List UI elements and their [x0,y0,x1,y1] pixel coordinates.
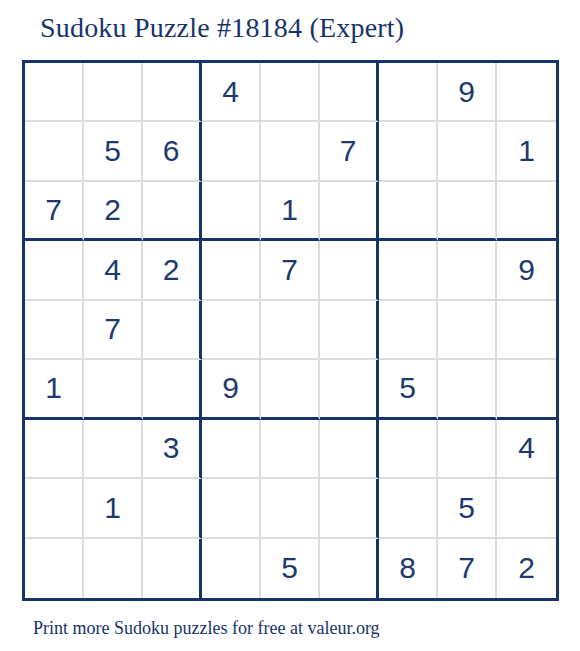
cell-r6c3 [143,360,202,419]
cell-r8c6 [320,479,379,538]
cell-r3c9 [497,182,556,241]
cell-r6c6 [320,360,379,419]
cell-r8c1 [25,479,84,538]
cell-r9c8: 7 [438,539,497,598]
cell-r9c9: 2 [497,539,556,598]
cell-r7c9: 4 [497,420,556,479]
cell-r9c2 [84,539,143,598]
cell-r3c2: 2 [84,182,143,241]
cell-r9c1 [25,539,84,598]
cell-r5c5 [261,301,320,360]
cell-r1c9 [497,63,556,122]
cell-r9c4 [202,539,261,598]
cell-r7c7 [379,420,438,479]
cell-r9c7: 8 [379,539,438,598]
cell-r2c2: 5 [84,122,143,181]
cell-r5c4 [202,301,261,360]
cell-r1c1 [25,63,84,122]
cell-r2c6: 7 [320,122,379,181]
sudoku-grid: 4956717214279719534155872 [22,60,559,601]
cell-r4c3: 2 [143,241,202,300]
cell-r6c9 [497,360,556,419]
cell-r1c8: 9 [438,63,497,122]
cell-r6c2 [84,360,143,419]
cell-r9c6 [320,539,379,598]
cell-r3c7 [379,182,438,241]
cell-r8c2: 1 [84,479,143,538]
page-title: Sudoku Puzzle #18184 (Expert) [40,12,404,44]
cell-r5c3 [143,301,202,360]
cell-r1c3 [143,63,202,122]
cell-r5c9 [497,301,556,360]
cell-r5c7 [379,301,438,360]
cell-r9c5: 5 [261,539,320,598]
cell-r6c4: 9 [202,360,261,419]
cell-r7c4 [202,420,261,479]
cell-r4c9: 9 [497,241,556,300]
cell-r2c8 [438,122,497,181]
cell-r5c6 [320,301,379,360]
cell-r2c4 [202,122,261,181]
cell-r8c8: 5 [438,479,497,538]
cell-r1c7 [379,63,438,122]
cell-r3c6 [320,182,379,241]
cell-r8c3 [143,479,202,538]
cell-r7c2 [84,420,143,479]
cell-r3c5: 1 [261,182,320,241]
cell-r4c8 [438,241,497,300]
cell-r8c9 [497,479,556,538]
cell-r5c8 [438,301,497,360]
cell-r1c5 [261,63,320,122]
cell-r7c6 [320,420,379,479]
cell-r5c1 [25,301,84,360]
cell-r2c1 [25,122,84,181]
cell-r1c2 [84,63,143,122]
cell-r4c5: 7 [261,241,320,300]
cell-r4c6 [320,241,379,300]
cell-r7c3: 3 [143,420,202,479]
cell-r9c3 [143,539,202,598]
cell-r7c1 [25,420,84,479]
cell-r6c1: 1 [25,360,84,419]
cell-r3c3 [143,182,202,241]
cell-r8c5 [261,479,320,538]
cell-r6c7: 5 [379,360,438,419]
cell-r4c7 [379,241,438,300]
cell-r1c6 [320,63,379,122]
cell-r4c2: 4 [84,241,143,300]
cell-r2c7 [379,122,438,181]
footer-text: Print more Sudoku puzzles for free at va… [33,618,380,639]
cell-r7c5 [261,420,320,479]
cell-r6c5 [261,360,320,419]
cell-r2c9: 1 [497,122,556,181]
cell-r3c8 [438,182,497,241]
cell-r4c1 [25,241,84,300]
cell-r2c5 [261,122,320,181]
cell-r3c1: 7 [25,182,84,241]
cell-r2c3: 6 [143,122,202,181]
cell-r3c4 [202,182,261,241]
cell-r6c8 [438,360,497,419]
sudoku-page: Sudoku Puzzle #18184 (Expert) 4956717214… [0,0,580,651]
cell-r1c4: 4 [202,63,261,122]
cell-r5c2: 7 [84,301,143,360]
cell-r4c4 [202,241,261,300]
cell-r7c8 [438,420,497,479]
cell-r8c7 [379,479,438,538]
cell-r8c4 [202,479,261,538]
